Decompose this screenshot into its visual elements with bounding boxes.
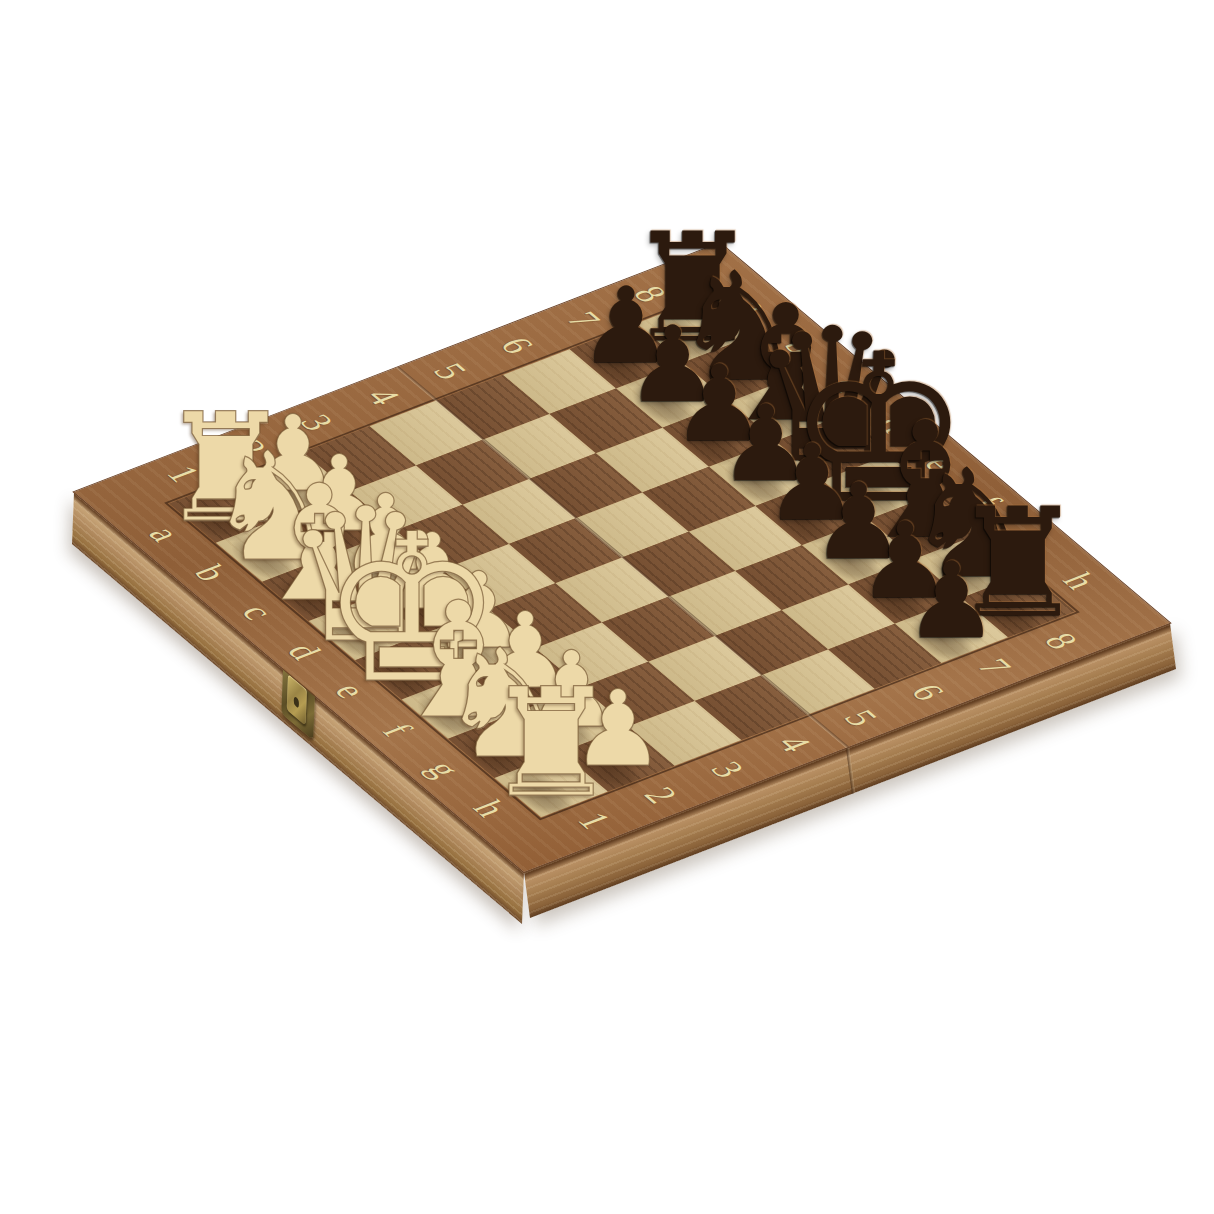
chess-board: aabbccddeeffgghh1122334455667788♜♞♝♛♚♝♞♜… [74, 243, 1170, 872]
product-photo-stage: aabbccddeeffgghh1122334455667788♜♞♝♛♚♝♞♜… [0, 0, 1214, 1214]
fold-seam-side [846, 747, 855, 794]
black-pawn-glyph: ♟ [841, 549, 1061, 654]
white-rook-glyph: ♜ [441, 668, 661, 818]
